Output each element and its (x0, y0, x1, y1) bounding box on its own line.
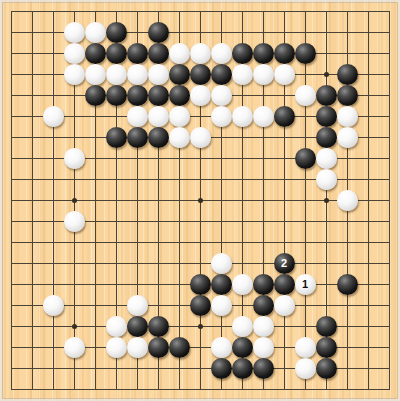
white-stone (253, 337, 274, 358)
white-stone (274, 64, 295, 85)
star-point (72, 198, 77, 203)
star-point (324, 198, 329, 203)
white-stone (85, 64, 106, 85)
white-stone (211, 106, 232, 127)
white-stone (211, 85, 232, 106)
white-stone (190, 85, 211, 106)
white-stone (253, 106, 274, 127)
black-stone (316, 127, 337, 148)
black-stone (169, 85, 190, 106)
white-stone (337, 127, 358, 148)
white-stone (85, 22, 106, 43)
white-stone (127, 64, 148, 85)
star-point (198, 198, 203, 203)
black-stone (106, 22, 127, 43)
black-stone (274, 274, 295, 295)
white-stone (211, 337, 232, 358)
white-stone (274, 295, 295, 316)
black-stone (106, 43, 127, 64)
white-stone (316, 169, 337, 190)
white-stone (295, 358, 316, 379)
black-stone (316, 316, 337, 337)
white-stone (211, 43, 232, 64)
black-stone (190, 295, 211, 316)
black-stone (337, 274, 358, 295)
white-stone (148, 64, 169, 85)
white-stone (169, 106, 190, 127)
white-stone (43, 295, 64, 316)
white-stone (211, 295, 232, 316)
move-number-label: 1 (295, 274, 316, 295)
black-stone (253, 358, 274, 379)
black-stone (295, 148, 316, 169)
black-stone (148, 127, 169, 148)
black-stone (253, 274, 274, 295)
white-stone (106, 64, 127, 85)
white-stone (190, 127, 211, 148)
white-stone (337, 190, 358, 211)
black-stone (148, 85, 169, 106)
black-stone (211, 358, 232, 379)
white-stone (253, 64, 274, 85)
white-stone (64, 148, 85, 169)
black-stone (148, 337, 169, 358)
white-stone (232, 316, 253, 337)
black-stone (148, 316, 169, 337)
white-stone (106, 337, 127, 358)
white-stone (337, 106, 358, 127)
white-stone (43, 106, 64, 127)
white-stone (64, 43, 85, 64)
black-stone (337, 85, 358, 106)
black-stone (190, 64, 211, 85)
white-stone (64, 22, 85, 43)
black-stone (127, 127, 148, 148)
black-stone (337, 64, 358, 85)
white-stone (169, 43, 190, 64)
black-stone (211, 64, 232, 85)
star-point (72, 324, 77, 329)
black-stone (85, 43, 106, 64)
white-stone (127, 295, 148, 316)
white-stone (232, 274, 253, 295)
black-stone (211, 274, 232, 295)
black-stone (85, 85, 106, 106)
move-number-label: 2 (274, 253, 295, 274)
white-stone (169, 127, 190, 148)
black-stone (232, 337, 253, 358)
black-stone (316, 358, 337, 379)
go-board[interactable]: 21 (0, 0, 400, 401)
black-stone (106, 85, 127, 106)
white-stone (64, 64, 85, 85)
black-stone (232, 358, 253, 379)
white-stone (316, 148, 337, 169)
go-app-window: 21 (0, 0, 400, 401)
white-stone (211, 253, 232, 274)
white-stone (127, 106, 148, 127)
black-stone (148, 22, 169, 43)
black-stone (148, 43, 169, 64)
white-stone (127, 337, 148, 358)
black-stone (127, 43, 148, 64)
black-stone (295, 43, 316, 64)
white-stone (232, 106, 253, 127)
black-stone (127, 85, 148, 106)
black-stone (232, 43, 253, 64)
black-stone (274, 106, 295, 127)
star-point (324, 72, 329, 77)
black-stone (169, 64, 190, 85)
black-stone (253, 295, 274, 316)
black-stone (274, 43, 295, 64)
black-stone (106, 127, 127, 148)
black-stone (316, 106, 337, 127)
white-stone (64, 211, 85, 232)
black-stone (316, 85, 337, 106)
black-stone (253, 43, 274, 64)
white-stone (253, 316, 274, 337)
move-2-stone: 2 (274, 253, 295, 274)
black-stone (316, 337, 337, 358)
white-stone (64, 337, 85, 358)
white-stone (190, 43, 211, 64)
black-stone (190, 274, 211, 295)
black-stone (127, 316, 148, 337)
white-stone (106, 316, 127, 337)
white-stone (148, 106, 169, 127)
black-stone (169, 337, 190, 358)
star-point (198, 324, 203, 329)
white-stone (232, 64, 253, 85)
move-1-stone: 1 (295, 274, 316, 295)
white-stone (295, 85, 316, 106)
white-stone (295, 337, 316, 358)
